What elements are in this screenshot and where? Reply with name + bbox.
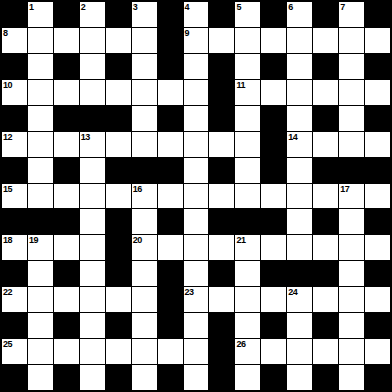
grid-cell[interactable] [209,28,234,53]
black-cell [209,54,234,79]
grid-cell[interactable] [132,132,157,157]
black-cell [365,261,390,286]
grid-cell[interactable] [132,365,157,390]
grid-cell[interactable] [28,28,53,53]
grid-cell[interactable]: 5 [235,2,260,27]
grid-cell[interactable] [106,339,131,364]
grid-cell[interactable] [80,184,105,209]
black-cell [2,106,27,131]
black-cell [365,313,390,338]
black-cell [106,261,131,286]
grid-cell[interactable] [339,339,364,364]
grid-cell[interactable] [287,235,312,260]
clue-number: 8 [3,28,8,38]
grid-cell[interactable] [313,235,338,260]
clue-number: 4 [185,2,190,12]
black-cell [365,209,390,234]
grid-cell[interactable] [132,80,157,105]
black-cell [313,365,338,390]
black-cell [261,365,286,390]
grid-cell[interactable] [287,339,312,364]
grid-cell[interactable] [365,184,390,209]
grid-cell[interactable]: 1 [28,2,53,27]
black-cell [261,54,286,79]
black-cell [261,209,286,234]
black-cell [365,365,390,390]
grid-cell[interactable] [184,235,209,260]
black-cell [2,158,27,183]
grid-cell[interactable] [132,313,157,338]
grid-cell[interactable]: 13 [80,132,105,157]
grid-cell[interactable] [235,365,260,390]
clue-number: 20 [133,235,142,245]
grid-cell[interactable]: 18 [2,235,27,260]
clue-number: 22 [3,287,12,297]
black-cell [158,28,183,53]
grid-cell[interactable] [184,313,209,338]
grid-cell[interactable] [54,132,79,157]
grid-cell[interactable] [339,54,364,79]
grid-cell[interactable] [106,28,131,53]
black-cell [158,158,183,183]
clue-number: 15 [3,184,12,194]
grid-cell[interactable]: 8 [2,28,27,53]
black-cell [54,261,79,286]
grid-cell[interactable] [209,287,234,312]
black-cell [158,54,183,79]
black-cell [365,106,390,131]
grid-cell[interactable] [158,184,183,209]
grid-cell[interactable] [28,54,53,79]
clue-number: 26 [236,339,245,349]
grid-cell[interactable] [287,184,312,209]
grid-cell[interactable] [313,339,338,364]
clue-number: 10 [3,80,12,90]
grid-cell[interactable] [313,132,338,157]
grid-cell[interactable] [365,80,390,105]
black-cell [313,209,338,234]
grid-cell[interactable] [28,287,53,312]
grid-cell[interactable] [184,106,209,131]
grid-cell[interactable] [158,339,183,364]
clue-number: 9 [185,28,190,38]
grid-cell[interactable] [106,80,131,105]
grid-cell[interactable] [261,235,286,260]
black-cell [209,365,234,390]
grid-cell[interactable] [106,132,131,157]
grid-cell[interactable] [287,80,312,105]
grid-cell[interactable] [184,209,209,234]
black-cell [209,261,234,286]
clue-number: 3 [133,2,138,12]
black-cell [313,2,338,27]
grid-cell[interactable] [184,365,209,390]
grid-cell[interactable] [339,80,364,105]
grid-cell[interactable] [184,339,209,364]
black-cell [106,365,131,390]
grid-cell[interactable] [184,184,209,209]
black-cell [2,313,27,338]
grid-cell[interactable] [287,365,312,390]
grid-cell[interactable] [54,339,79,364]
black-cell [209,339,234,364]
black-cell [261,313,286,338]
black-cell [158,209,183,234]
clue-number: 6 [288,2,293,12]
grid-cell[interactable] [80,80,105,105]
grid-cell[interactable] [132,54,157,79]
grid-cell[interactable] [261,80,286,105]
grid-cell[interactable] [287,313,312,338]
black-cell [106,54,131,79]
grid-cell[interactable] [339,261,364,286]
grid-cell[interactable] [80,158,105,183]
black-cell [365,158,390,183]
grid-cell[interactable] [80,365,105,390]
black-cell [313,261,338,286]
black-cell [2,2,27,27]
black-cell [28,209,53,234]
grid-cell[interactable] [106,287,131,312]
black-cell [106,313,131,338]
grid-cell[interactable] [54,184,79,209]
grid-cell[interactable] [235,287,260,312]
black-cell [209,209,234,234]
grid-cell[interactable] [235,132,260,157]
grid-cell[interactable] [132,287,157,312]
grid-cell[interactable] [365,28,390,53]
black-cell [261,106,286,131]
grid-cell[interactable] [235,184,260,209]
grid-cell[interactable] [28,339,53,364]
clue-number: 24 [288,287,297,297]
grid-cell[interactable] [235,54,260,79]
grid-cell[interactable]: 20 [132,235,157,260]
grid-cell[interactable]: 17 [339,184,364,209]
grid-cell[interactable] [209,132,234,157]
grid-cell[interactable] [80,54,105,79]
grid-cell[interactable] [235,261,260,286]
grid-cell[interactable]: 6 [287,2,312,27]
grid-cell[interactable]: 11 [235,80,260,105]
grid-cell[interactable] [339,132,364,157]
clue-number: 13 [81,132,90,142]
grid-cell[interactable] [28,365,53,390]
grid-cell[interactable] [28,132,53,157]
clue-number: 21 [236,235,245,245]
grid-cell[interactable] [80,209,105,234]
black-cell [209,80,234,105]
grid-cell[interactable] [28,158,53,183]
grid-cell[interactable] [209,235,234,260]
grid-cell[interactable]: 9 [184,28,209,53]
grid-cell[interactable] [184,132,209,157]
grid-cell[interactable] [339,209,364,234]
grid-cell[interactable] [235,106,260,131]
clue-number: 25 [3,339,12,349]
black-cell [261,132,286,157]
grid-cell[interactable] [158,235,183,260]
grid-cell[interactable] [339,313,364,338]
grid-cell[interactable] [132,106,157,131]
grid-cell[interactable] [184,54,209,79]
grid-cell[interactable] [235,28,260,53]
black-cell [54,106,79,131]
grid-cell[interactable]: 4 [184,2,209,27]
clue-number: 2 [81,2,86,12]
grid-cell[interactable]: 21 [235,235,260,260]
grid-cell[interactable] [339,287,364,312]
grid-cell[interactable] [313,184,338,209]
grid-cell[interactable] [339,106,364,131]
grid-cell[interactable] [339,235,364,260]
grid-cell[interactable] [106,184,131,209]
grid-cell[interactable] [54,235,79,260]
black-cell [313,313,338,338]
black-cell [209,313,234,338]
black-cell [235,209,260,234]
grid-cell[interactable] [80,235,105,260]
black-cell [261,158,286,183]
clue-number: 23 [185,287,194,297]
grid-cell[interactable] [235,158,260,183]
black-cell [261,2,286,27]
black-cell [158,106,183,131]
clue-number: 17 [340,184,349,194]
grid-cell[interactable] [287,106,312,131]
black-cell [106,106,131,131]
grid-cell[interactable]: 7 [339,2,364,27]
grid-cell[interactable] [28,80,53,105]
grid-cell[interactable] [261,339,286,364]
grid-cell[interactable] [132,209,157,234]
grid-cell[interactable]: 12 [2,132,27,157]
clue-number: 19 [29,235,38,245]
black-cell [54,54,79,79]
black-cell [313,54,338,79]
grid-cell[interactable] [365,339,390,364]
grid-cell[interactable] [80,313,105,338]
clue-number: 11 [236,80,245,90]
crossword-puzzle: 1234567891011121314151617181920212223242… [0,0,392,392]
grid-cell[interactable] [313,287,338,312]
clue-number: 5 [236,2,241,12]
grid-cell[interactable] [261,184,286,209]
grid-cell[interactable] [287,158,312,183]
grid-cell[interactable] [287,28,312,53]
grid-cell[interactable] [235,313,260,338]
crossword-grid: 1234567891011121314151617181920212223242… [0,0,392,392]
grid-cell[interactable] [80,261,105,286]
black-cell [106,209,131,234]
grid-cell[interactable] [339,365,364,390]
black-cell [209,158,234,183]
grid-cell[interactable] [132,28,157,53]
grid-cell[interactable] [184,80,209,105]
black-cell [158,2,183,27]
grid-cell[interactable]: 23 [184,287,209,312]
clue-number: 14 [288,132,297,142]
black-cell [106,158,131,183]
clue-number: 1 [29,2,34,12]
grid-cell[interactable]: 14 [287,132,312,157]
black-cell [313,106,338,131]
black-cell [339,158,364,183]
grid-cell[interactable] [339,28,364,53]
grid-cell[interactable]: 3 [132,2,157,27]
black-cell [54,2,79,27]
black-cell [54,365,79,390]
grid-cell[interactable] [158,80,183,105]
black-cell [54,209,79,234]
grid-cell[interactable] [313,28,338,53]
grid-cell[interactable] [28,106,53,131]
grid-cell[interactable] [365,287,390,312]
grid-cell[interactable] [54,287,79,312]
grid-cell[interactable]: 2 [80,2,105,27]
black-cell [365,2,390,27]
clue-number: 12 [3,132,12,142]
grid-cell[interactable] [28,313,53,338]
black-cell [54,158,79,183]
grid-cell[interactable] [313,80,338,105]
clue-number: 18 [3,235,12,245]
grid-cell[interactable] [261,287,286,312]
clue-number: 16 [133,184,142,194]
black-cell [2,365,27,390]
black-cell [158,313,183,338]
grid-cell[interactable] [28,184,53,209]
grid-cell[interactable]: 16 [132,184,157,209]
grid-cell[interactable] [365,132,390,157]
grid-cell[interactable] [287,209,312,234]
black-cell [106,2,131,27]
black-cell [80,106,105,131]
black-cell [209,2,234,27]
black-cell [287,261,312,286]
grid-cell[interactable]: 19 [28,235,53,260]
grid-cell[interactable] [132,261,157,286]
black-cell [365,54,390,79]
black-cell [261,261,286,286]
black-cell [2,261,27,286]
grid-cell[interactable] [209,184,234,209]
black-cell [158,287,183,312]
grid-cell[interactable] [80,339,105,364]
grid-cell[interactable] [184,158,209,183]
grid-cell[interactable]: 24 [287,287,312,312]
grid-cell[interactable]: 15 [2,184,27,209]
grid-cell[interactable] [287,54,312,79]
clue-number: 7 [340,2,345,12]
grid-cell[interactable] [80,287,105,312]
grid-cell[interactable]: 25 [2,339,27,364]
grid-cell[interactable]: 22 [2,287,27,312]
grid-cell[interactable] [54,80,79,105]
grid-cell[interactable] [365,235,390,260]
grid-cell[interactable] [28,261,53,286]
grid-cell[interactable] [80,28,105,53]
grid-cell[interactable] [158,132,183,157]
black-cell [54,313,79,338]
black-cell [2,54,27,79]
grid-cell[interactable] [132,339,157,364]
grid-cell[interactable]: 10 [2,80,27,105]
black-cell [2,209,27,234]
black-cell [209,106,234,131]
grid-cell[interactable] [184,261,209,286]
black-cell [106,235,131,260]
black-cell [132,158,157,183]
grid-cell[interactable]: 26 [235,339,260,364]
black-cell [158,365,183,390]
black-cell [158,261,183,286]
black-cell [313,158,338,183]
grid-cell[interactable] [54,28,79,53]
grid-cell[interactable] [261,28,286,53]
